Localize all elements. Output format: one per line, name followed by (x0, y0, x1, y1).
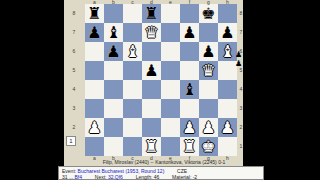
white-king[interactable]: ♚ (199, 137, 218, 156)
square-c8[interactable] (123, 4, 142, 23)
file-label-bottom-d: d (142, 156, 161, 161)
square-e1[interactable] (161, 137, 180, 156)
square-c1[interactable] (123, 137, 142, 156)
square-h4[interactable] (218, 80, 237, 99)
square-b5[interactable] (104, 61, 123, 80)
length-label: Length: (136, 174, 153, 180)
rank-label-right-7: 7 (237, 23, 245, 42)
black-king[interactable]: ♚ (199, 4, 218, 23)
file-label-top-f: f (180, 0, 199, 5)
square-a2[interactable]: ♟ (85, 118, 104, 137)
white-queen[interactable]: ♛ (199, 61, 218, 80)
screenshot-root: ♜♜♚♟♝♛♟♟♟♝♟♝♟♛♝♟♟♟♟♜♜♚ 1 ♟♟ Filip, Miros… (0, 0, 320, 180)
file-label-top-g: g (199, 0, 218, 5)
next-label: Next: (95, 174, 107, 180)
black-bishop[interactable]: ♝ (180, 80, 199, 99)
white-pawn[interactable]: ♟ (218, 118, 237, 137)
square-a7[interactable]: ♟ (85, 23, 104, 42)
file-label-top-a: a (85, 0, 104, 5)
square-c5[interactable] (123, 61, 142, 80)
square-f1[interactable]: ♜ (180, 137, 199, 156)
square-a1[interactable] (85, 137, 104, 156)
square-e8[interactable] (161, 4, 180, 23)
game-info-box: Event: Bucharest Bucharest (1953, Round … (58, 166, 264, 180)
square-d8[interactable]: ♜ (142, 4, 161, 23)
length-value: 46 (154, 174, 160, 180)
black-pawn[interactable]: ♟ (180, 23, 199, 42)
status-line: 31 ... Bf4 Next: 32.Qf6 Length: 46 Mater… (62, 174, 260, 180)
file-label-bottom-b: b (104, 156, 123, 161)
file-label-bottom-c: c (123, 156, 142, 161)
white-pawn[interactable]: ♟ (199, 118, 218, 137)
square-c7[interactable] (123, 23, 142, 42)
square-h7[interactable]: ♟ (218, 23, 237, 42)
white-bishop[interactable]: ♝ (123, 42, 142, 61)
rank-label-right-5: 5 (237, 61, 245, 80)
black-pawn[interactable]: ♟ (104, 42, 123, 61)
file-label-top-h: h (218, 0, 237, 5)
square-g6[interactable]: ♟ (199, 42, 218, 61)
black-pawn[interactable]: ♟ (85, 23, 104, 42)
square-d3[interactable] (142, 99, 161, 118)
square-f3[interactable] (180, 99, 199, 118)
square-h3[interactable] (218, 99, 237, 118)
square-f4[interactable]: ♝ (180, 80, 199, 99)
square-g8[interactable]: ♚ (199, 4, 218, 23)
square-d4[interactable] (142, 80, 161, 99)
square-b1[interactable] (104, 137, 123, 156)
chess-board[interactable]: ♜♜♚♟♝♛♟♟♟♝♟♝♟♛♝♟♟♟♟♜♜♚ (85, 4, 237, 156)
black-pawn[interactable]: ♟ (142, 61, 161, 80)
square-e7[interactable] (161, 23, 180, 42)
white-pawn[interactable]: ♟ (85, 118, 104, 137)
square-e3[interactable] (161, 99, 180, 118)
side-to-move-indicator: 1 (66, 136, 76, 146)
black-pawn[interactable]: ♟ (218, 23, 237, 42)
rank-label-left-3: 3 (70, 99, 78, 118)
material-label: Material: (172, 174, 191, 180)
square-b4[interactable] (104, 80, 123, 99)
file-label-bottom-e: e (161, 156, 180, 161)
square-f5[interactable] (180, 61, 199, 80)
rank-label-left-5: 5 (70, 61, 78, 80)
file-label-bottom-f: f (180, 156, 199, 161)
square-a3[interactable] (85, 99, 104, 118)
black-rook[interactable]: ♜ (142, 4, 161, 23)
file-label-bottom-g: g (199, 156, 218, 161)
file-label-bottom-a: a (85, 156, 104, 161)
square-b3[interactable] (104, 99, 123, 118)
square-a5[interactable] (85, 61, 104, 80)
white-rook[interactable]: ♜ (142, 137, 161, 156)
square-f7[interactable]: ♟ (180, 23, 199, 42)
square-h8[interactable] (218, 4, 237, 23)
square-d6[interactable] (142, 42, 161, 61)
square-g2[interactable]: ♟ (199, 118, 218, 137)
rank-label-right-3: 3 (237, 99, 245, 118)
move-number: 31 ... (62, 174, 73, 180)
square-e4[interactable] (161, 80, 180, 99)
square-e2[interactable] (161, 118, 180, 137)
square-h1[interactable] (218, 137, 237, 156)
rank-label-left-2: 2 (70, 118, 78, 137)
square-g5[interactable]: ♛ (199, 61, 218, 80)
rank-label-right-2: 2 (237, 118, 245, 137)
square-e6[interactable] (161, 42, 180, 61)
square-f2[interactable]: ♟ (180, 118, 199, 137)
file-label-bottom-h: h (218, 156, 237, 161)
square-a8[interactable]: ♜ (85, 4, 104, 23)
rank-label-right-8: 8 (237, 4, 245, 23)
black-pawn[interactable]: ♟ (199, 42, 218, 61)
rank-label-right-6: 6 (237, 42, 245, 61)
material-value: -2 (193, 174, 197, 180)
rank-label-left-8: 8 (70, 4, 78, 23)
square-g1[interactable]: ♚ (199, 137, 218, 156)
square-e5[interactable] (161, 61, 180, 80)
rank-label-right-1: 1 (237, 137, 245, 156)
square-c2[interactable] (123, 118, 142, 137)
white-rook[interactable]: ♜ (180, 137, 199, 156)
square-b7[interactable]: ♝ (104, 23, 123, 42)
file-label-top-b: b (104, 0, 123, 5)
white-queen[interactable]: ♛ (142, 23, 161, 42)
square-f6[interactable] (180, 42, 199, 61)
square-g3[interactable] (199, 99, 218, 118)
square-d7[interactable]: ♛ (142, 23, 161, 42)
square-b6[interactable]: ♟ (104, 42, 123, 61)
rank-label-left-4: 4 (70, 80, 78, 99)
square-c6[interactable]: ♝ (123, 42, 142, 61)
square-g4[interactable] (199, 80, 218, 99)
square-b2[interactable] (104, 118, 123, 137)
file-label-top-c: c (123, 0, 142, 5)
black-bishop[interactable]: ♝ (104, 23, 123, 42)
square-h2[interactable]: ♟ (218, 118, 237, 137)
square-b8[interactable] (104, 4, 123, 23)
next-move-link[interactable]: 32.Qf6 (108, 174, 123, 180)
rank-label-left-6: 6 (70, 42, 78, 61)
square-c3[interactable] (123, 99, 142, 118)
file-label-top-e: e (161, 0, 180, 5)
rank-label-left-7: 7 (70, 23, 78, 42)
last-move-link[interactable]: Bf4 (75, 174, 83, 180)
square-c4[interactable] (123, 80, 142, 99)
square-d5[interactable]: ♟ (142, 61, 161, 80)
black-rook[interactable]: ♜ (85, 4, 104, 23)
square-g7[interactable] (199, 23, 218, 42)
rank-label-right-4: 4 (237, 80, 245, 99)
white-pawn[interactable]: ♟ (180, 118, 199, 137)
square-a4[interactable] (85, 80, 104, 99)
file-label-top-d: d (142, 0, 161, 5)
square-d1[interactable]: ♜ (142, 137, 161, 156)
square-a6[interactable] (85, 42, 104, 61)
square-f8[interactable] (180, 4, 199, 23)
square-d2[interactable] (142, 118, 161, 137)
